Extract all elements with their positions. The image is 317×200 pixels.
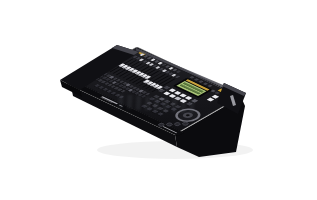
- product-photo-canvas: [0, 0, 317, 200]
